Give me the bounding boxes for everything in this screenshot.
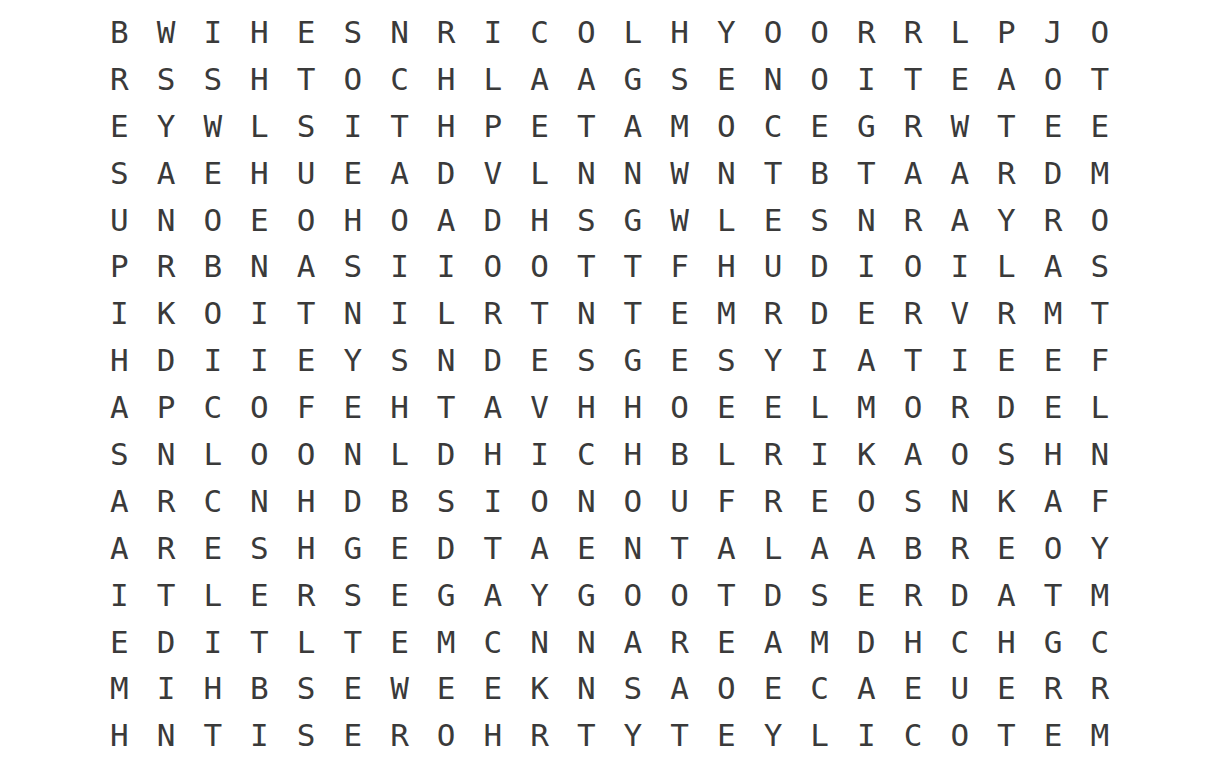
grid-cell[interactable]: T — [283, 290, 330, 337]
grid-cell[interactable]: L — [703, 431, 750, 478]
grid-cell[interactable]: E — [1030, 337, 1077, 384]
grid-cell[interactable]: D — [983, 384, 1030, 431]
grid-cell[interactable]: M — [96, 665, 143, 712]
grid-cell[interactable]: E — [563, 525, 610, 572]
grid-cell[interactable]: E — [843, 290, 890, 337]
grid-cell[interactable]: C — [563, 431, 610, 478]
grid-cell[interactable]: L — [703, 197, 750, 244]
grid-cell[interactable]: H — [423, 56, 470, 103]
grid-cell[interactable]: A — [843, 665, 890, 712]
grid-cell[interactable]: B — [96, 9, 143, 56]
grid-cell[interactable]: S — [1076, 243, 1123, 290]
grid-cell[interactable]: D — [796, 243, 843, 290]
grid-cell[interactable]: A — [96, 384, 143, 431]
grid-cell[interactable]: R — [656, 619, 703, 666]
grid-cell[interactable]: N — [516, 619, 563, 666]
grid-cell[interactable]: A — [1030, 478, 1077, 525]
grid-cell[interactable]: D — [143, 337, 190, 384]
grid-cell[interactable]: A — [96, 478, 143, 525]
grid-cell[interactable]: T — [610, 290, 657, 337]
grid-cell[interactable]: I — [96, 290, 143, 337]
grid-cell[interactable]: H — [283, 478, 330, 525]
grid-cell[interactable]: S — [890, 478, 937, 525]
grid-cell[interactable]: S — [96, 150, 143, 197]
grid-cell[interactable]: E — [890, 665, 937, 712]
grid-cell[interactable]: O — [890, 243, 937, 290]
grid-cell[interactable]: A — [750, 619, 797, 666]
grid-cell[interactable]: S — [703, 337, 750, 384]
grid-cell[interactable]: M — [1076, 150, 1123, 197]
grid-cell[interactable]: E — [983, 665, 1030, 712]
grid-cell[interactable]: O — [1030, 56, 1077, 103]
grid-cell[interactable]: T — [329, 619, 376, 666]
grid-cell[interactable]: E — [236, 197, 283, 244]
grid-cell[interactable]: G — [610, 197, 657, 244]
grid-cell[interactable]: A — [610, 619, 657, 666]
grid-cell[interactable]: I — [376, 243, 423, 290]
grid-cell[interactable]: T — [890, 56, 937, 103]
grid-cell[interactable]: O — [796, 56, 843, 103]
grid-cell[interactable]: P — [470, 103, 517, 150]
grid-cell[interactable]: E — [703, 619, 750, 666]
grid-cell[interactable]: E — [376, 619, 423, 666]
grid-cell[interactable]: T — [703, 572, 750, 619]
grid-cell[interactable]: S — [796, 197, 843, 244]
grid-cell[interactable]: A — [96, 525, 143, 572]
grid-cell[interactable]: T — [610, 243, 657, 290]
grid-cell[interactable]: O — [283, 197, 330, 244]
grid-cell[interactable]: E — [796, 103, 843, 150]
grid-cell[interactable]: D — [470, 337, 517, 384]
grid-cell[interactable]: T — [843, 150, 890, 197]
grid-cell[interactable]: O — [236, 431, 283, 478]
grid-cell[interactable]: R — [890, 9, 937, 56]
grid-cell[interactable]: F — [283, 384, 330, 431]
grid-cell[interactable]: L — [796, 712, 843, 759]
grid-cell[interactable]: E — [329, 384, 376, 431]
grid-cell[interactable]: E — [750, 197, 797, 244]
grid-cell[interactable]: T — [890, 337, 937, 384]
grid-cell[interactable]: M — [1076, 572, 1123, 619]
grid-cell[interactable]: I — [236, 712, 283, 759]
grid-cell[interactable]: A — [470, 572, 517, 619]
grid-cell[interactable]: M — [1076, 712, 1123, 759]
grid-cell[interactable]: I — [843, 243, 890, 290]
grid-cell[interactable]: I — [423, 243, 470, 290]
grid-cell[interactable]: I — [236, 337, 283, 384]
grid-cell[interactable]: I — [936, 243, 983, 290]
grid-cell[interactable]: O — [936, 712, 983, 759]
grid-cell[interactable]: G — [843, 103, 890, 150]
grid-cell[interactable]: H — [283, 525, 330, 572]
grid-cell[interactable]: S — [96, 431, 143, 478]
grid-cell[interactable]: O — [610, 478, 657, 525]
grid-cell[interactable]: S — [283, 103, 330, 150]
grid-cell[interactable]: O — [236, 384, 283, 431]
grid-cell[interactable]: O — [470, 243, 517, 290]
grid-cell[interactable]: W — [376, 665, 423, 712]
grid-cell[interactable]: T — [1030, 572, 1077, 619]
grid-cell[interactable]: A — [470, 384, 517, 431]
grid-cell[interactable]: T — [1076, 56, 1123, 103]
grid-cell[interactable]: C — [189, 384, 236, 431]
grid-cell[interactable]: N — [376, 9, 423, 56]
grid-cell[interactable]: I — [189, 337, 236, 384]
grid-cell[interactable]: N — [563, 619, 610, 666]
grid-cell[interactable]: I — [376, 290, 423, 337]
grid-cell[interactable]: M — [703, 290, 750, 337]
grid-cell[interactable]: T — [470, 525, 517, 572]
grid-cell[interactable]: N — [843, 197, 890, 244]
grid-cell[interactable]: Y — [610, 712, 657, 759]
grid-cell[interactable]: Y — [703, 9, 750, 56]
grid-cell[interactable]: U — [936, 665, 983, 712]
grid-cell[interactable]: W — [936, 103, 983, 150]
grid-cell[interactable]: F — [703, 478, 750, 525]
grid-cell[interactable]: R — [890, 103, 937, 150]
grid-cell[interactable]: R — [423, 9, 470, 56]
grid-cell[interactable]: R — [750, 290, 797, 337]
grid-cell[interactable]: O — [376, 197, 423, 244]
grid-cell[interactable]: E — [376, 572, 423, 619]
grid-cell[interactable]: A — [890, 431, 937, 478]
grid-cell[interactable]: T — [283, 56, 330, 103]
grid-cell[interactable]: O — [563, 9, 610, 56]
grid-cell[interactable]: N — [610, 525, 657, 572]
grid-cell[interactable]: C — [516, 9, 563, 56]
grid-cell[interactable]: G — [1030, 619, 1077, 666]
grid-cell[interactable]: K — [516, 665, 563, 712]
grid-cell[interactable]: A — [936, 150, 983, 197]
grid-cell[interactable]: L — [236, 103, 283, 150]
grid-cell[interactable]: O — [890, 384, 937, 431]
grid-cell[interactable]: E — [1076, 103, 1123, 150]
grid-cell[interactable]: O — [936, 431, 983, 478]
grid-cell[interactable]: D — [423, 150, 470, 197]
grid-cell[interactable]: V — [516, 384, 563, 431]
grid-cell[interactable]: N — [563, 665, 610, 712]
grid-cell[interactable]: A — [143, 150, 190, 197]
grid-cell[interactable]: N — [1076, 431, 1123, 478]
grid-cell[interactable]: P — [96, 243, 143, 290]
grid-cell[interactable]: B — [236, 665, 283, 712]
grid-cell[interactable]: Y — [750, 712, 797, 759]
grid-cell[interactable]: O — [189, 290, 236, 337]
grid-cell[interactable]: R — [890, 197, 937, 244]
grid-cell[interactable]: S — [329, 572, 376, 619]
grid-cell[interactable]: H — [470, 712, 517, 759]
grid-cell[interactable]: I — [796, 431, 843, 478]
grid-cell[interactable]: T — [563, 103, 610, 150]
grid-cell[interactable]: N — [750, 56, 797, 103]
grid-cell[interactable]: K — [143, 290, 190, 337]
grid-cell[interactable]: E — [96, 103, 143, 150]
grid-cell[interactable]: R — [750, 478, 797, 525]
grid-cell[interactable]: N — [236, 243, 283, 290]
grid-cell[interactable]: R — [936, 384, 983, 431]
grid-cell[interactable]: R — [936, 525, 983, 572]
grid-cell[interactable]: E — [750, 384, 797, 431]
grid-cell[interactable]: H — [983, 619, 1030, 666]
grid-cell[interactable]: H — [96, 337, 143, 384]
grid-cell[interactable]: G — [610, 337, 657, 384]
grid-cell[interactable]: C — [796, 665, 843, 712]
grid-cell[interactable]: T — [563, 243, 610, 290]
grid-cell[interactable]: O — [283, 431, 330, 478]
grid-cell[interactable]: B — [376, 478, 423, 525]
grid-cell[interactable]: E — [703, 384, 750, 431]
grid-cell[interactable]: T — [656, 525, 703, 572]
grid-cell[interactable]: H — [516, 197, 563, 244]
grid-cell[interactable]: J — [1030, 9, 1077, 56]
grid-cell[interactable]: C — [470, 619, 517, 666]
grid-cell[interactable]: S — [329, 9, 376, 56]
grid-cell[interactable]: D — [750, 572, 797, 619]
grid-cell[interactable]: E — [936, 56, 983, 103]
grid-cell[interactable]: T — [983, 103, 1030, 150]
grid-cell[interactable]: N — [143, 197, 190, 244]
grid-cell[interactable]: L — [189, 572, 236, 619]
grid-cell[interactable]: T — [656, 712, 703, 759]
grid-cell[interactable]: H — [703, 243, 750, 290]
grid-cell[interactable]: R — [143, 478, 190, 525]
grid-cell[interactable]: H — [610, 384, 657, 431]
grid-cell[interactable]: E — [843, 572, 890, 619]
grid-cell[interactable]: P — [143, 384, 190, 431]
grid-cell[interactable]: N — [563, 150, 610, 197]
grid-cell[interactable]: T — [376, 103, 423, 150]
grid-cell[interactable]: O — [750, 9, 797, 56]
grid-cell[interactable]: E — [516, 337, 563, 384]
grid-cell[interactable]: A — [516, 56, 563, 103]
grid-cell[interactable]: C — [936, 619, 983, 666]
grid-cell[interactable]: I — [189, 619, 236, 666]
grid-cell[interactable]: N — [563, 290, 610, 337]
grid-cell[interactable]: E — [1030, 712, 1077, 759]
grid-cell[interactable]: E — [1030, 384, 1077, 431]
grid-cell[interactable]: B — [656, 431, 703, 478]
grid-cell[interactable]: D — [796, 290, 843, 337]
grid-cell[interactable]: I — [516, 431, 563, 478]
grid-cell[interactable]: Y — [750, 337, 797, 384]
grid-cell[interactable]: O — [189, 197, 236, 244]
grid-cell[interactable]: C — [750, 103, 797, 150]
grid-cell[interactable]: T — [516, 290, 563, 337]
grid-cell[interactable]: I — [236, 290, 283, 337]
grid-cell[interactable]: D — [936, 572, 983, 619]
grid-cell[interactable]: A — [376, 150, 423, 197]
grid-cell[interactable]: B — [796, 150, 843, 197]
grid-cell[interactable]: L — [189, 431, 236, 478]
grid-cell[interactable]: A — [983, 572, 1030, 619]
grid-cell[interactable]: E — [376, 525, 423, 572]
grid-cell[interactable]: L — [983, 243, 1030, 290]
grid-cell[interactable]: Y — [143, 103, 190, 150]
grid-cell[interactable]: R — [1030, 197, 1077, 244]
grid-cell[interactable]: G — [423, 572, 470, 619]
grid-cell[interactable]: U — [283, 150, 330, 197]
grid-cell[interactable]: S — [283, 712, 330, 759]
grid-cell[interactable]: E — [750, 665, 797, 712]
grid-cell[interactable]: A — [656, 665, 703, 712]
grid-cell[interactable]: E — [656, 337, 703, 384]
grid-cell[interactable]: E — [236, 572, 283, 619]
grid-cell[interactable]: T — [236, 619, 283, 666]
grid-cell[interactable]: F — [1076, 337, 1123, 384]
grid-cell[interactable]: R — [843, 9, 890, 56]
grid-cell[interactable]: I — [470, 478, 517, 525]
grid-cell[interactable]: H — [329, 197, 376, 244]
grid-cell[interactable]: N — [703, 150, 750, 197]
grid-cell[interactable]: S — [236, 525, 283, 572]
grid-cell[interactable]: B — [189, 243, 236, 290]
grid-cell[interactable]: H — [656, 9, 703, 56]
grid-cell[interactable]: A — [563, 56, 610, 103]
grid-cell[interactable]: D — [143, 619, 190, 666]
grid-cell[interactable]: I — [936, 337, 983, 384]
grid-cell[interactable]: R — [890, 290, 937, 337]
grid-cell[interactable]: E — [703, 712, 750, 759]
grid-cell[interactable]: O — [423, 712, 470, 759]
grid-cell[interactable]: H — [189, 665, 236, 712]
grid-cell[interactable]: H — [563, 384, 610, 431]
grid-cell[interactable]: M — [423, 619, 470, 666]
grid-cell[interactable]: I — [143, 665, 190, 712]
grid-cell[interactable]: A — [843, 337, 890, 384]
grid-cell[interactable]: R — [283, 572, 330, 619]
grid-cell[interactable]: S — [656, 56, 703, 103]
grid-cell[interactable]: G — [563, 572, 610, 619]
grid-cell[interactable]: A — [610, 103, 657, 150]
grid-cell[interactable]: L — [516, 150, 563, 197]
grid-cell[interactable]: N — [236, 478, 283, 525]
grid-cell[interactable]: O — [610, 572, 657, 619]
grid-cell[interactable]: R — [890, 572, 937, 619]
grid-cell[interactable]: Y — [329, 337, 376, 384]
grid-cell[interactable]: E — [96, 619, 143, 666]
grid-cell[interactable]: I — [329, 103, 376, 150]
grid-cell[interactable]: S — [329, 243, 376, 290]
grid-cell[interactable]: E — [189, 525, 236, 572]
grid-cell[interactable]: H — [376, 384, 423, 431]
grid-cell[interactable]: R — [750, 431, 797, 478]
grid-cell[interactable]: W — [189, 103, 236, 150]
grid-cell[interactable]: F — [1076, 478, 1123, 525]
grid-cell[interactable]: H — [96, 712, 143, 759]
grid-cell[interactable]: O — [703, 665, 750, 712]
grid-cell[interactable]: U — [656, 478, 703, 525]
grid-cell[interactable]: N — [563, 478, 610, 525]
grid-cell[interactable]: N — [423, 337, 470, 384]
grid-cell[interactable]: R — [983, 150, 1030, 197]
grid-cell[interactable]: Y — [1076, 525, 1123, 572]
grid-cell[interactable]: N — [610, 150, 657, 197]
grid-cell[interactable]: B — [890, 525, 937, 572]
grid-cell[interactable]: A — [516, 525, 563, 572]
grid-cell[interactable]: E — [656, 290, 703, 337]
grid-cell[interactable]: V — [470, 150, 517, 197]
grid-cell[interactable]: I — [843, 56, 890, 103]
grid-cell[interactable]: N — [329, 431, 376, 478]
grid-cell[interactable]: N — [329, 290, 376, 337]
grid-cell[interactable]: H — [236, 9, 283, 56]
grid-cell[interactable]: T — [1076, 290, 1123, 337]
grid-cell[interactable]: O — [656, 384, 703, 431]
grid-cell[interactable]: E — [983, 525, 1030, 572]
grid-cell[interactable]: C — [1076, 619, 1123, 666]
grid-cell[interactable]: D — [423, 525, 470, 572]
grid-cell[interactable]: W — [656, 197, 703, 244]
grid-cell[interactable]: L — [750, 525, 797, 572]
grid-cell[interactable]: R — [470, 290, 517, 337]
grid-cell[interactable]: U — [750, 243, 797, 290]
grid-cell[interactable]: H — [423, 103, 470, 150]
grid-cell[interactable]: H — [236, 150, 283, 197]
grid-cell[interactable]: S — [983, 431, 1030, 478]
grid-cell[interactable]: C — [890, 712, 937, 759]
grid-cell[interactable]: T — [143, 572, 190, 619]
grid-cell[interactable]: L — [610, 9, 657, 56]
grid-cell[interactable]: L — [470, 56, 517, 103]
grid-cell[interactable]: E — [703, 56, 750, 103]
grid-cell[interactable]: S — [423, 478, 470, 525]
grid-cell[interactable]: E — [189, 150, 236, 197]
grid-cell[interactable]: O — [703, 103, 750, 150]
grid-cell[interactable]: D — [843, 619, 890, 666]
grid-cell[interactable]: H — [1030, 431, 1077, 478]
grid-cell[interactable]: U — [96, 197, 143, 244]
grid-cell[interactable]: A — [983, 56, 1030, 103]
grid-cell[interactable]: I — [843, 712, 890, 759]
grid-cell[interactable]: R — [1076, 665, 1123, 712]
grid-cell[interactable]: S — [143, 56, 190, 103]
grid-cell[interactable]: S — [610, 665, 657, 712]
grid-cell[interactable]: H — [470, 431, 517, 478]
grid-cell[interactable]: L — [796, 384, 843, 431]
grid-cell[interactable]: T — [189, 712, 236, 759]
grid-cell[interactable]: E — [329, 150, 376, 197]
grid-cell[interactable]: E — [283, 337, 330, 384]
grid-cell[interactable]: M — [843, 384, 890, 431]
grid-cell[interactable]: T — [423, 384, 470, 431]
grid-cell[interactable]: H — [890, 619, 937, 666]
grid-cell[interactable]: A — [890, 150, 937, 197]
grid-cell[interactable]: M — [796, 619, 843, 666]
grid-cell[interactable]: W — [143, 9, 190, 56]
grid-cell[interactable]: O — [1076, 9, 1123, 56]
grid-cell[interactable]: T — [750, 150, 797, 197]
grid-cell[interactable]: M — [656, 103, 703, 150]
grid-cell[interactable]: S — [189, 56, 236, 103]
grid-cell[interactable]: A — [703, 525, 750, 572]
grid-cell[interactable]: D — [470, 197, 517, 244]
grid-cell[interactable]: H — [236, 56, 283, 103]
grid-cell[interactable]: K — [983, 478, 1030, 525]
grid-cell[interactable]: S — [563, 197, 610, 244]
grid-cell[interactable]: M — [1030, 290, 1077, 337]
grid-cell[interactable]: O — [796, 9, 843, 56]
grid-cell[interactable]: E — [1030, 103, 1077, 150]
grid-cell[interactable]: R — [143, 243, 190, 290]
grid-cell[interactable]: H — [610, 431, 657, 478]
grid-cell[interactable]: E — [329, 665, 376, 712]
grid-cell[interactable]: E — [283, 9, 330, 56]
grid-cell[interactable]: F — [656, 243, 703, 290]
grid-cell[interactable]: R — [376, 712, 423, 759]
grid-cell[interactable]: Y — [516, 572, 563, 619]
grid-cell[interactable]: V — [936, 290, 983, 337]
grid-cell[interactable]: A — [423, 197, 470, 244]
